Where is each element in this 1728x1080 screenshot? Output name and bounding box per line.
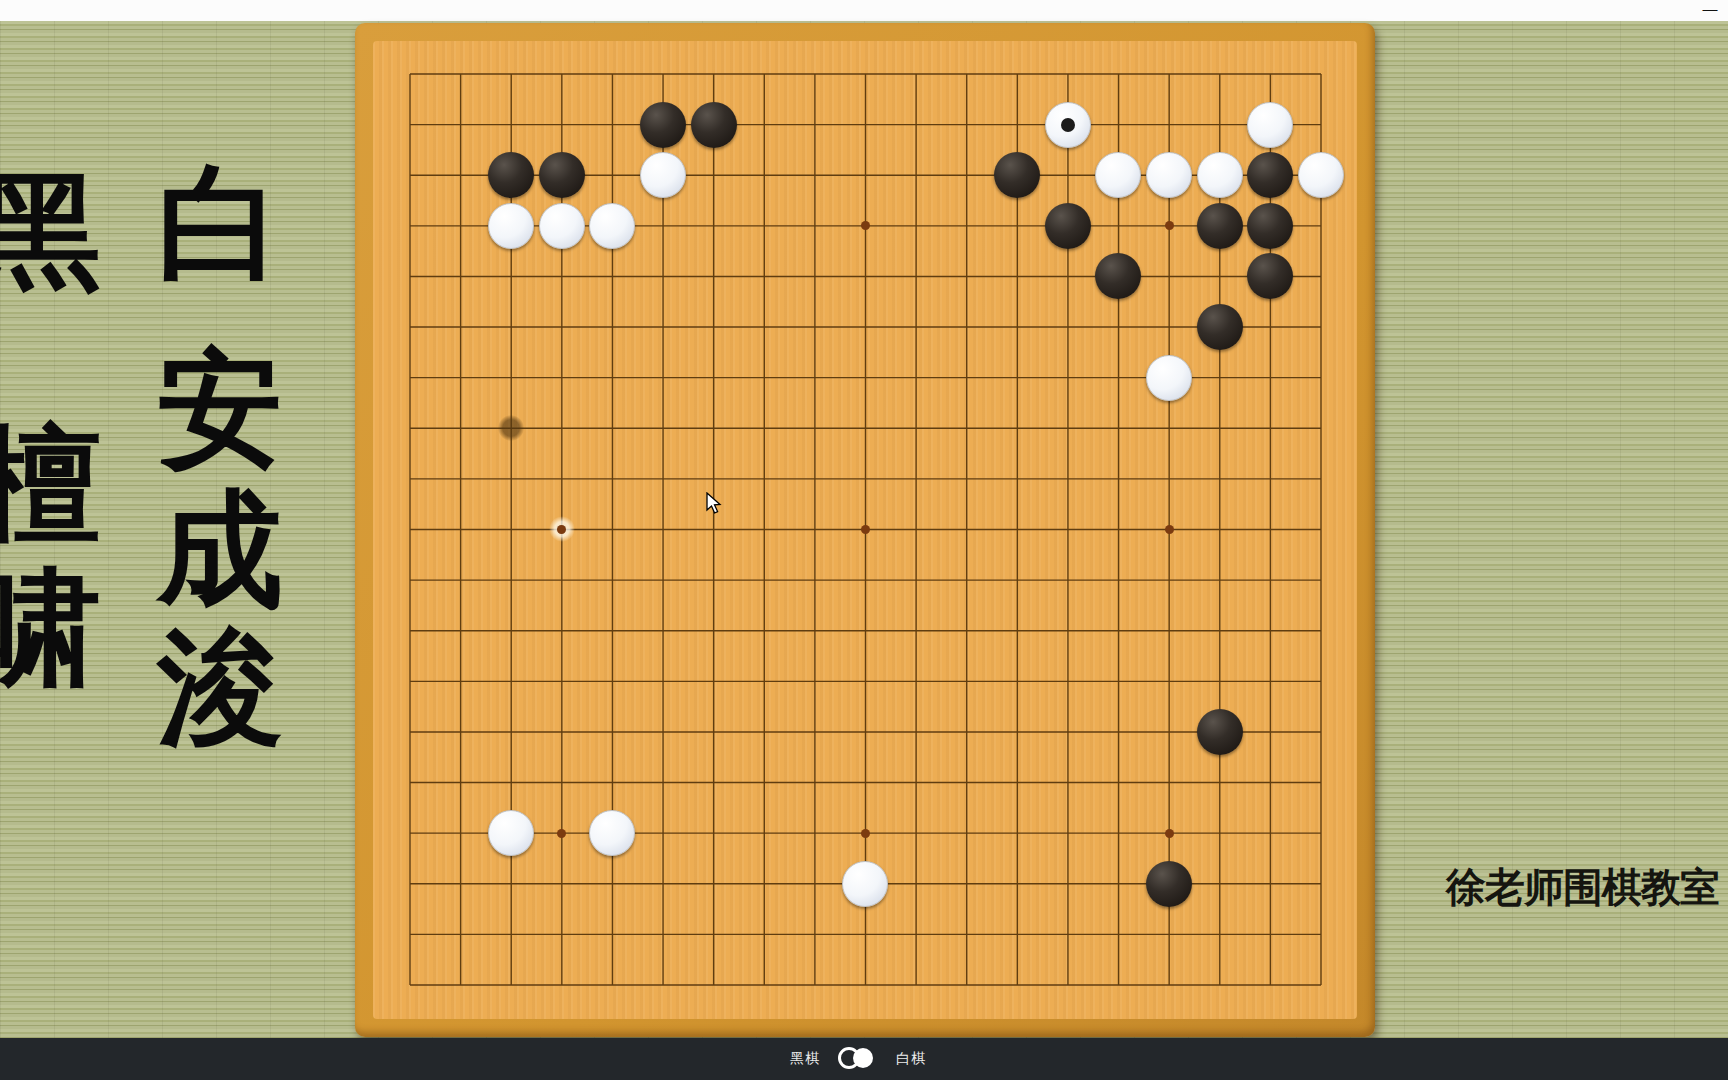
white-player-label: 白 <box>157 161 283 287</box>
white-stone-toggle-label: 白棋 <box>896 1050 926 1068</box>
classroom-watermark: 徐老师围棋教室 <box>1446 860 1719 915</box>
black-stone-toggle-label: 黑棋 <box>790 1050 820 1068</box>
stone-black <box>1197 304 1243 350</box>
star-point <box>1165 221 1174 230</box>
white-player-name-char-1: 安 <box>157 347 283 473</box>
stone-black <box>1045 203 1091 249</box>
stone-white <box>1146 355 1192 401</box>
stone-black <box>1197 203 1243 249</box>
stone-black <box>691 102 737 148</box>
stone-white <box>1197 152 1243 198</box>
black-player-name-char-2: 啸 <box>0 565 101 691</box>
stone-white <box>589 810 635 856</box>
stone-black <box>1247 152 1293 198</box>
stone-white <box>1045 102 1091 148</box>
stone-black <box>1095 253 1141 299</box>
highlighted-star-point <box>549 516 575 542</box>
star-point <box>557 829 566 838</box>
stone-white <box>539 203 585 249</box>
stone-black <box>488 152 534 198</box>
bottom-bar: 黑棋 白棋 <box>0 1038 1728 1080</box>
stone-white <box>488 810 534 856</box>
stone-black <box>640 102 686 148</box>
stone-black <box>1247 203 1293 249</box>
white-player-name-char-2: 成 <box>157 487 283 613</box>
star-point <box>861 525 870 534</box>
white-stone-icon <box>853 1048 873 1068</box>
stone-white <box>1298 152 1344 198</box>
stone-black <box>1146 861 1192 907</box>
stone-black <box>1197 709 1243 755</box>
star-point <box>1165 525 1174 534</box>
ghost-stone-shadow <box>498 415 524 441</box>
stone-white <box>1247 102 1293 148</box>
mouse-cursor <box>706 492 728 516</box>
stone-layer[interactable] <box>410 74 1321 985</box>
stone-white <box>640 152 686 198</box>
last-move-marker <box>1061 118 1075 132</box>
window-title-strip: — <box>0 0 1728 21</box>
stone-color-toggle[interactable] <box>838 1047 878 1071</box>
black-player-label: 黑 <box>0 169 101 295</box>
star-point <box>861 221 870 230</box>
minimize-button[interactable]: — <box>1698 0 1722 20</box>
stone-black <box>994 152 1040 198</box>
star-point <box>861 829 870 838</box>
stone-white <box>488 203 534 249</box>
star-point <box>1165 829 1174 838</box>
white-player-name-char-3: 浚 <box>157 625 283 751</box>
stone-white <box>842 861 888 907</box>
black-player-name-char-1: 檀 <box>0 422 101 548</box>
star-point-dot <box>557 525 566 534</box>
stone-white <box>1095 152 1141 198</box>
stone-white <box>1146 152 1192 198</box>
stone-white <box>589 203 635 249</box>
stone-black <box>1247 253 1293 299</box>
stone-black <box>539 152 585 198</box>
